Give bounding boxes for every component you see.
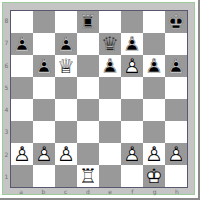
square-a4[interactable] [11, 99, 33, 121]
file-label-g: g [144, 188, 166, 195]
chess-board-widget: 87654321 abcdefgh ♜♖♚♔♟♙♟♙♛♕♟♙♟♙♛♕♟♙♟♙♟♙… [0, 0, 200, 200]
square-b4[interactable] [33, 99, 55, 121]
rank-label-1: 1 [3, 166, 10, 188]
piece-outline: ♕ [99, 33, 121, 55]
square-f3[interactable] [121, 121, 143, 143]
piece-outline: ♙ [11, 33, 33, 55]
file-label-b: b [32, 188, 54, 195]
square-e4[interactable] [99, 99, 121, 121]
square-e5[interactable] [99, 77, 121, 99]
square-b5[interactable] [33, 77, 55, 99]
piece-outline: ♙ [55, 33, 77, 55]
square-h5[interactable] [165, 77, 187, 99]
square-h2[interactable]: ♟♙ [165, 143, 187, 165]
square-b7[interactable] [33, 33, 55, 55]
square-e1[interactable] [99, 165, 121, 187]
square-h3[interactable] [165, 121, 187, 143]
piece-outline: ♙ [33, 143, 55, 165]
piece-white-pawn[interactable]: ♟♙ [121, 55, 143, 77]
outer-shadow-edge-right [198, 0, 200, 200]
piece-black-pawn[interactable]: ♟♙ [33, 55, 55, 77]
square-a7[interactable]: ♟♙ [11, 33, 33, 55]
square-b2[interactable]: ♟♙ [33, 143, 55, 165]
square-a6[interactable] [11, 55, 33, 77]
square-d1[interactable]: ♜♖ [77, 165, 99, 187]
piece-outline: ♖ [77, 165, 99, 187]
piece-black-pawn[interactable]: ♟♙ [165, 55, 187, 77]
piece-white-rook[interactable]: ♜♖ [77, 165, 99, 187]
rank-label-3: 3 [3, 121, 10, 143]
square-d2[interactable] [77, 143, 99, 165]
square-b3[interactable] [33, 121, 55, 143]
outer-shadow-edge-bottom [0, 198, 200, 200]
rank-label-8: 8 [3, 10, 10, 32]
square-h7[interactable] [165, 33, 187, 55]
square-g2[interactable]: ♟♙ [143, 143, 165, 165]
file-label-c: c [55, 188, 77, 195]
square-e6[interactable]: ♟♙ [99, 55, 121, 77]
square-f4[interactable] [121, 99, 143, 121]
piece-outline: ♙ [99, 55, 121, 77]
square-g7[interactable] [143, 33, 165, 55]
square-c5[interactable] [55, 77, 77, 99]
square-b6[interactable]: ♟♙ [33, 55, 55, 77]
piece-black-pawn[interactable]: ♟♙ [121, 33, 143, 55]
piece-outline: ♙ [121, 33, 143, 55]
piece-outline: ♙ [165, 143, 187, 165]
piece-white-queen[interactable]: ♛♕ [55, 55, 77, 77]
square-c8[interactable] [55, 11, 77, 33]
piece-white-pawn[interactable]: ♟♙ [121, 143, 143, 165]
square-a1[interactable] [11, 165, 33, 187]
square-c2[interactable]: ♟♙ [55, 143, 77, 165]
file-label-h: h [166, 188, 188, 195]
square-c1[interactable] [55, 165, 77, 187]
square-f7[interactable]: ♟♙ [121, 33, 143, 55]
piece-outline: ♔ [143, 165, 165, 187]
square-f5[interactable] [121, 77, 143, 99]
piece-outline: ♙ [121, 143, 143, 165]
square-f1[interactable] [121, 165, 143, 187]
square-c6[interactable]: ♛♕ [55, 55, 77, 77]
square-a2[interactable]: ♟♙ [11, 143, 33, 165]
square-e8[interactable] [99, 11, 121, 33]
piece-white-pawn[interactable]: ♟♙ [55, 143, 77, 165]
square-h4[interactable] [165, 99, 187, 121]
piece-black-pawn[interactable]: ♟♙ [143, 55, 165, 77]
piece-black-king[interactable]: ♚♔ [165, 11, 187, 33]
square-c7[interactable]: ♟♙ [55, 33, 77, 55]
file-label-f: f [121, 188, 143, 195]
piece-outline: ♙ [143, 143, 165, 165]
square-h1[interactable] [165, 165, 187, 187]
square-g5[interactable] [143, 77, 165, 99]
file-label-e: e [99, 188, 121, 195]
square-h6[interactable]: ♟♙ [165, 55, 187, 77]
square-a3[interactable] [11, 121, 33, 143]
square-b1[interactable] [33, 165, 55, 187]
piece-outline: ♙ [143, 55, 165, 77]
square-e3[interactable] [99, 121, 121, 143]
board-frame: ♜♖♚♔♟♙♟♙♛♕♟♙♟♙♛♕♟♙♟♙♟♙♟♙♟♙♟♙♟♙♟♙♟♙♟♙♜♖♚♔ [10, 10, 188, 188]
square-f6[interactable]: ♟♙ [121, 55, 143, 77]
piece-white-pawn[interactable]: ♟♙ [11, 143, 33, 165]
rank-label-2: 2 [3, 144, 10, 166]
piece-outline: ♙ [165, 55, 187, 77]
piece-black-pawn[interactable]: ♟♙ [99, 55, 121, 77]
piece-outline: ♙ [121, 55, 143, 77]
piece-white-pawn[interactable]: ♟♙ [143, 143, 165, 165]
square-a5[interactable] [11, 77, 33, 99]
piece-black-queen[interactable]: ♛♕ [99, 33, 121, 55]
chess-board: ♜♖♚♔♟♙♟♙♛♕♟♙♟♙♛♕♟♙♟♙♟♙♟♙♟♙♟♙♟♙♟♙♟♙♟♙♜♖♚♔ [11, 11, 187, 187]
square-g4[interactable] [143, 99, 165, 121]
square-d3[interactable] [77, 121, 99, 143]
square-c3[interactable] [55, 121, 77, 143]
piece-white-pawn[interactable]: ♟♙ [33, 143, 55, 165]
file-label-d: d [77, 188, 99, 195]
square-d6[interactable] [77, 55, 99, 77]
piece-white-king[interactable]: ♚♔ [143, 165, 165, 187]
square-f2[interactable]: ♟♙ [121, 143, 143, 165]
square-a8[interactable] [11, 11, 33, 33]
piece-outline: ♖ [77, 11, 99, 33]
rank-label-4: 4 [3, 99, 10, 121]
square-d7[interactable] [77, 33, 99, 55]
piece-black-pawn[interactable]: ♟♙ [11, 33, 33, 55]
square-c4[interactable] [55, 99, 77, 121]
square-b8[interactable] [33, 11, 55, 33]
square-e7[interactable]: ♛♕ [99, 33, 121, 55]
square-h8[interactable]: ♚♔ [165, 11, 187, 33]
rank-label-5: 5 [3, 77, 10, 99]
piece-outline: ♙ [55, 143, 77, 165]
file-label-a: a [10, 188, 32, 195]
board-panel: 87654321 abcdefgh ♜♖♚♔♟♙♟♙♛♕♟♙♟♙♛♕♟♙♟♙♟♙… [2, 2, 195, 195]
piece-outline: ♕ [55, 55, 77, 77]
square-g3[interactable] [143, 121, 165, 143]
piece-black-rook[interactable]: ♜♖ [77, 11, 99, 33]
coordinates-ranks: 87654321 [3, 10, 10, 188]
square-d5[interactable] [77, 77, 99, 99]
square-g8[interactable] [143, 11, 165, 33]
piece-white-pawn[interactable]: ♟♙ [165, 143, 187, 165]
square-d8[interactable]: ♜♖ [77, 11, 99, 33]
piece-outline: ♙ [11, 143, 33, 165]
rank-label-7: 7 [3, 32, 10, 54]
square-d4[interactable] [77, 99, 99, 121]
rank-label-6: 6 [3, 55, 10, 77]
square-g1[interactable]: ♚♔ [143, 165, 165, 187]
piece-outline: ♙ [33, 55, 55, 77]
square-e2[interactable] [99, 143, 121, 165]
square-g6[interactable]: ♟♙ [143, 55, 165, 77]
piece-black-pawn[interactable]: ♟♙ [55, 33, 77, 55]
piece-outline: ♔ [165, 11, 187, 33]
square-f8[interactable] [121, 11, 143, 33]
coordinates-files: abcdefgh [10, 188, 188, 195]
